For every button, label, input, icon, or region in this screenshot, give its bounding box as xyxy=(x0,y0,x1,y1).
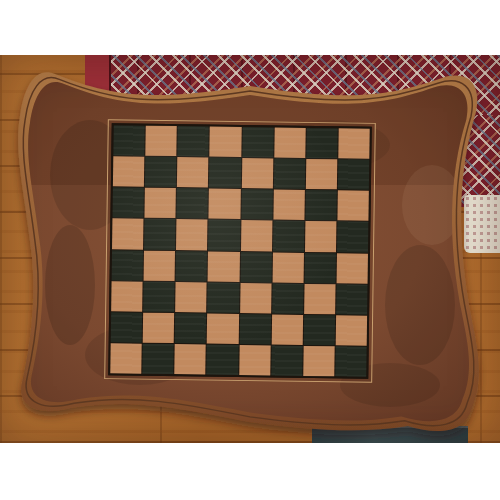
board-square-g4[interactable] xyxy=(304,252,336,283)
photo-area xyxy=(0,55,500,443)
board-square-b8[interactable] xyxy=(145,126,177,157)
board-square-h1[interactable] xyxy=(335,346,367,377)
board-square-e5[interactable] xyxy=(241,220,273,251)
board-square-b2[interactable] xyxy=(143,312,175,343)
board-square-c5[interactable] xyxy=(176,219,208,250)
board-square-f4[interactable] xyxy=(272,252,304,283)
board-square-d3[interactable] xyxy=(208,282,240,313)
board-square-h5[interactable] xyxy=(337,222,369,253)
letterbox-top xyxy=(0,0,500,55)
board-square-e7[interactable] xyxy=(241,158,273,189)
board-square-e8[interactable] xyxy=(242,127,274,158)
board-square-a5[interactable] xyxy=(112,219,144,250)
board-frame xyxy=(104,119,376,383)
board-square-c1[interactable] xyxy=(175,344,207,375)
board-square-f1[interactable] xyxy=(271,345,303,376)
board-square-e2[interactable] xyxy=(239,314,271,345)
board-square-f7[interactable] xyxy=(273,159,305,190)
board-square-a2[interactable] xyxy=(111,312,143,343)
board-square-b6[interactable] xyxy=(145,188,177,219)
board-square-h7[interactable] xyxy=(338,159,370,190)
board-square-d8[interactable] xyxy=(210,127,242,158)
board-square-g6[interactable] xyxy=(305,190,337,221)
board-square-d5[interactable] xyxy=(208,220,240,251)
board-square-a7[interactable] xyxy=(113,156,145,187)
board-square-a1[interactable] xyxy=(110,343,142,374)
board-square-d7[interactable] xyxy=(209,158,241,189)
board-square-a6[interactable] xyxy=(112,187,144,218)
board-square-h8[interactable] xyxy=(338,128,370,159)
board-square-g8[interactable] xyxy=(306,128,338,159)
board-square-g3[interactable] xyxy=(304,284,336,315)
board-square-c2[interactable] xyxy=(175,313,207,344)
board-square-d4[interactable] xyxy=(208,251,240,282)
board-square-c8[interactable] xyxy=(178,126,210,157)
board-square-b4[interactable] xyxy=(144,250,176,281)
board-square-c3[interactable] xyxy=(175,282,207,313)
board-square-c4[interactable] xyxy=(176,251,208,282)
board-square-e3[interactable] xyxy=(240,283,272,314)
board-square-c6[interactable] xyxy=(177,188,209,219)
board-square-b5[interactable] xyxy=(144,219,176,250)
board-square-a4[interactable] xyxy=(112,250,144,281)
board-square-g2[interactable] xyxy=(303,315,335,346)
board-square-b1[interactable] xyxy=(142,344,174,375)
board-square-f5[interactable] xyxy=(273,221,305,252)
board-square-b3[interactable] xyxy=(143,281,175,312)
board-square-a3[interactable] xyxy=(111,281,143,312)
chessboard xyxy=(108,123,371,379)
board-square-f2[interactable] xyxy=(271,314,303,345)
board-square-b7[interactable] xyxy=(145,157,177,188)
board-square-g7[interactable] xyxy=(306,159,338,190)
board-square-c7[interactable] xyxy=(177,157,209,188)
board-square-e6[interactable] xyxy=(241,189,273,220)
board-square-e1[interactable] xyxy=(239,345,271,376)
board-square-f8[interactable] xyxy=(274,127,306,158)
page: { "game": "chess / draughts games table … xyxy=(0,0,500,500)
letterbox-bottom xyxy=(0,443,500,500)
board-square-h2[interactable] xyxy=(336,315,368,346)
board-square-h6[interactable] xyxy=(337,191,369,222)
board-square-f6[interactable] xyxy=(273,190,305,221)
board-square-g5[interactable] xyxy=(305,221,337,252)
board-square-d1[interactable] xyxy=(207,344,239,375)
board-square-d2[interactable] xyxy=(207,313,239,344)
board-square-g1[interactable] xyxy=(303,346,335,377)
board-square-e4[interactable] xyxy=(240,252,272,283)
board-square-h3[interactable] xyxy=(336,284,368,315)
board-square-d6[interactable] xyxy=(209,189,241,220)
board-square-f3[interactable] xyxy=(272,283,304,314)
board-square-a8[interactable] xyxy=(113,125,145,156)
board-square-h4[interactable] xyxy=(336,253,368,284)
